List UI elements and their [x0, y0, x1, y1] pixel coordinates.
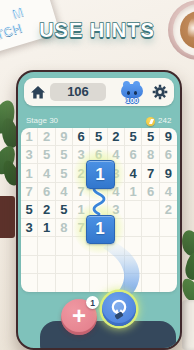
hint-tile[interactable]: 1: [86, 160, 115, 189]
plant-leaf: [184, 251, 194, 281]
use-hints-banner: USE HINTS: [0, 19, 194, 42]
bottom-banner: [40, 321, 176, 350]
add-button-badge: 1: [86, 296, 99, 309]
hint-button[interactable]: [102, 292, 136, 326]
plant-pot-left: [0, 196, 15, 238]
hint-tile[interactable]: 1: [86, 215, 115, 244]
hint-swoosh-arrow: [18, 72, 180, 348]
plant-pot-right: [182, 300, 194, 350]
lightbulb-icon: [107, 297, 131, 321]
screenshot-scene: M TCH USE HINTS 106 100: [0, 0, 194, 350]
game-panel: 106 100: [16, 70, 182, 350]
